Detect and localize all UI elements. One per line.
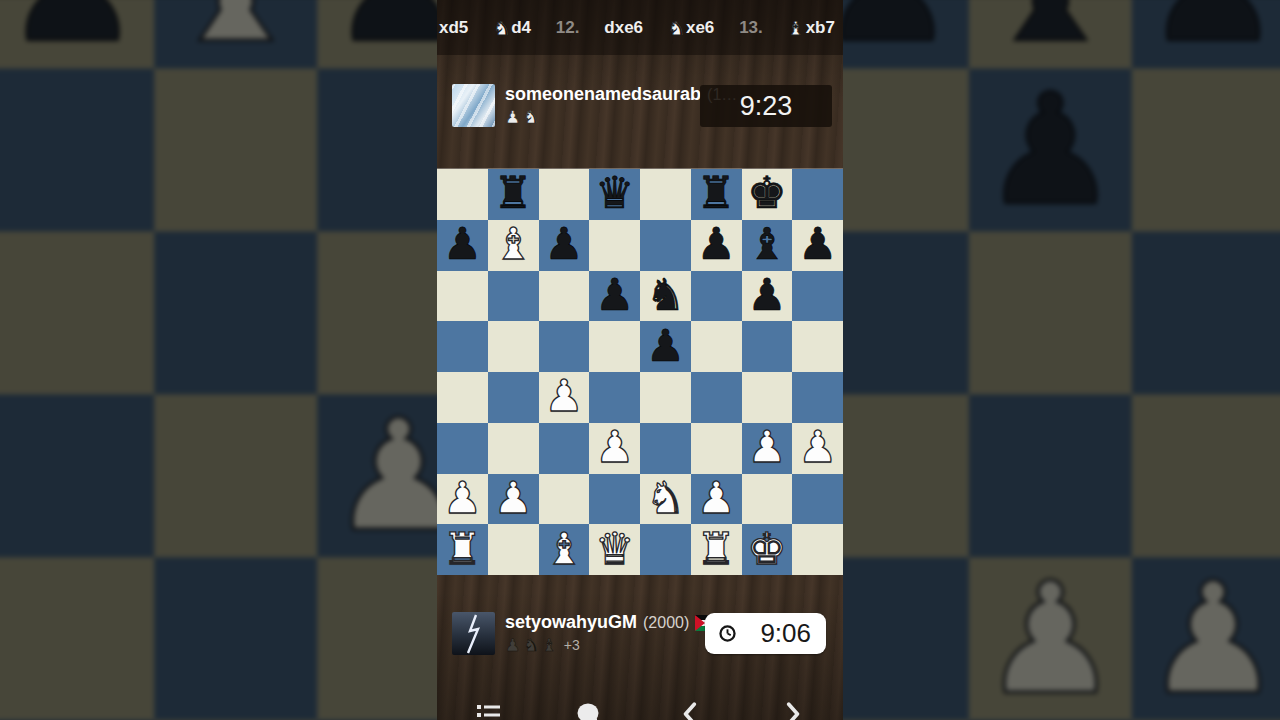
square-e1[interactable] [640,524,691,575]
chevron-right-icon [779,701,805,720]
piece-black-king[interactable]: ♚ [747,171,786,215]
player-bottom-rating: (2000) [643,614,689,632]
move-item[interactable]: ♝xb7 [788,17,835,39]
background-piece: ♟ [969,557,1132,720]
square-d6[interactable]: ♟ [589,271,640,322]
square-d1[interactable]: ♛ [589,524,640,575]
square-e8[interactable] [640,169,691,220]
move-item[interactable]: dxe6 [604,18,643,38]
next-move-button[interactable] [775,701,809,720]
clock-icon [718,624,737,643]
figurine-bishop-icon: ♝ [788,17,805,39]
square-a8[interactable] [437,169,488,220]
square-e3[interactable] [640,423,691,474]
square-b5[interactable] [488,321,539,372]
square-f6[interactable] [691,271,742,322]
piece-white-bishop[interactable]: ♝ [493,222,532,266]
piece-black-knight[interactable]: ♞ [646,273,685,317]
move-number: 13. [739,18,763,38]
square-g5[interactable] [742,321,793,372]
move-item[interactable]: ♞d4 [493,17,531,39]
piece-black-rook[interactable]: ♜ [493,171,532,215]
piece-white-pawn[interactable]: ♟ [493,476,532,520]
square-e7[interactable] [640,220,691,271]
square-a7[interactable]: ♟ [437,220,488,271]
bottom-nav [437,701,843,720]
piece-black-rook[interactable]: ♜ [696,171,735,215]
background-piece: ♟ [0,0,154,69]
move-number: 12. [556,18,580,38]
square-f7[interactable]: ♟ [691,220,742,271]
square-h4[interactable] [792,372,843,423]
avatar-top[interactable] [452,84,495,127]
move-list-bar[interactable]: xd5♞d412.dxe6♞xe613.♝xb7 [437,0,843,55]
captured-piece-icon: ♞ [523,637,538,654]
previous-move-button[interactable] [674,701,708,720]
background-white-piece-glyph: ♟ [1144,562,1280,716]
square-f5[interactable] [691,321,742,372]
square-f1[interactable]: ♜ [691,524,742,575]
square-d2[interactable] [589,474,640,525]
move-item[interactable]: xd5 [439,18,468,38]
square-h5[interactable] [792,321,843,372]
captured-piece-icon: ♞ [523,109,538,126]
piece-white-pawn[interactable]: ♟ [798,425,837,469]
piece-black-pawn[interactable]: ♟ [595,273,634,317]
square-h7[interactable]: ♟ [792,220,843,271]
square-b6[interactable] [488,271,539,322]
square-a3[interactable] [437,423,488,474]
piece-white-queen[interactable]: ♛ [595,527,634,571]
piece-white-pawn[interactable]: ♟ [747,425,786,469]
square-f3[interactable] [691,423,742,474]
square-d8[interactable]: ♛ [589,169,640,220]
square-c6[interactable] [539,271,590,322]
piece-white-bishop[interactable]: ♝ [544,527,583,571]
list-icon [475,701,502,720]
piece-black-queen[interactable]: ♛ [595,171,634,215]
chess-board: ♜♛♜♚♟♝♟♟♝♟♟♞♟♟♟♟♟♟♟♟♞♟♜♝♛♜♚ [437,168,843,575]
square-a2[interactable]: ♟ [437,474,488,525]
background-black-piece-glyph: ♟ [981,73,1119,227]
square-h1[interactable] [792,524,843,575]
piece-white-pawn[interactable]: ♟ [595,425,634,469]
figurine-knight-icon: ♞ [668,17,685,39]
square-c5[interactable] [539,321,590,372]
piece-white-knight[interactable]: ♞ [646,476,685,520]
square-b2[interactable]: ♟ [488,474,539,525]
square-g6[interactable]: ♟ [742,271,793,322]
square-b7[interactable]: ♝ [488,220,539,271]
piece-white-rook[interactable]: ♜ [696,527,735,571]
square-h8[interactable] [792,169,843,220]
square-f4[interactable] [691,372,742,423]
background-black-piece-glyph: ♝ [981,0,1119,64]
square-a1[interactable]: ♜ [437,524,488,575]
square-c7[interactable]: ♟ [539,220,590,271]
chat-button[interactable] [572,701,606,720]
figurine-knight-icon: ♞ [493,17,510,39]
square-a4[interactable] [437,372,488,423]
player-top-name: someonenamedsaurab [505,84,701,105]
square-c4[interactable]: ♟ [539,372,590,423]
captured-pieces-bottom: ♟♞♝+3 [505,635,719,655]
background-piece: ♟ [1132,0,1280,69]
square-a6[interactable] [437,271,488,322]
square-e6[interactable]: ♞ [640,271,691,322]
background-black-piece-glyph: ♟ [4,0,142,64]
clock-top-time: 9:23 [740,91,793,122]
captured-piece-icon: ♟ [505,109,520,126]
square-d7[interactable] [589,220,640,271]
captured-piece-icon: ♟ [505,637,520,654]
square-b4[interactable] [488,372,539,423]
square-f2[interactable]: ♟ [691,474,742,525]
piece-white-pawn[interactable]: ♟ [544,374,583,418]
avatar-bottom[interactable] [452,612,495,655]
piece-black-pawn[interactable]: ♟ [696,222,735,266]
background-white-piece-glyph: ♝ [167,0,305,64]
square-g3[interactable]: ♟ [742,423,793,474]
square-a5[interactable] [437,321,488,372]
piece-black-bishop[interactable]: ♝ [747,222,786,266]
square-b8[interactable]: ♜ [488,169,539,220]
piece-white-rook[interactable]: ♜ [443,527,482,571]
square-c3[interactable] [539,423,590,474]
piece-black-pawn[interactable]: ♟ [798,222,837,266]
clock-bottom-time: 9:06 [760,618,811,649]
background-white-piece-glyph: ♟ [981,562,1119,716]
square-d3[interactable]: ♟ [589,423,640,474]
video-frame: ♟♝♟♟♝♟♟♟♟♟ xd5♞d412.dxe6♞xe613.♝xb7 some… [0,0,1280,720]
square-c2[interactable] [539,474,590,525]
square-b1[interactable] [488,524,539,575]
piece-black-pawn[interactable]: ♟ [443,222,482,266]
square-e2[interactable]: ♞ [640,474,691,525]
lightning-icon [457,614,491,654]
chat-icon [575,701,603,720]
square-h6[interactable] [792,271,843,322]
chess-app-screen: xd5♞d412.dxe6♞xe613.♝xb7 someonenamedsau… [437,0,843,720]
square-e4[interactable] [640,372,691,423]
player-bottom-name: setyowahyuGM [505,612,637,633]
background-black-piece-glyph: ♟ [1144,0,1280,64]
square-c8[interactable] [539,169,590,220]
material-advantage: +3 [564,637,580,653]
square-h2[interactable] [792,474,843,525]
chevron-left-icon [678,701,704,720]
piece-black-pawn[interactable]: ♟ [747,273,786,317]
square-c1[interactable]: ♝ [539,524,590,575]
piece-white-king[interactable]: ♚ [747,527,786,571]
square-g1[interactable]: ♚ [742,524,793,575]
piece-white-pawn[interactable]: ♟ [443,476,482,520]
captured-piece-icon: ♝ [542,637,557,654]
piece-black-pawn[interactable]: ♟ [544,222,583,266]
clock-bottom: 9:06 [705,613,826,654]
piece-white-pawn[interactable]: ♟ [696,476,735,520]
piece-black-pawn[interactable]: ♟ [646,324,685,368]
square-d4[interactable] [589,372,640,423]
background-piece: ♟ [1132,557,1280,720]
moves-list-button[interactable] [471,701,505,720]
background-piece: ♝ [154,0,317,69]
square-f8[interactable]: ♜ [691,169,742,220]
square-g4[interactable] [742,372,793,423]
clock-top: 9:23 [700,85,832,127]
move-item[interactable]: ♞xe6 [668,17,714,39]
square-d5[interactable] [589,321,640,372]
background-piece: ♟ [969,69,1132,232]
square-h3[interactable]: ♟ [792,423,843,474]
square-g2[interactable] [742,474,793,525]
background-piece: ♝ [969,0,1132,69]
square-g8[interactable]: ♚ [742,169,793,220]
square-b3[interactable] [488,423,539,474]
square-e5[interactable]: ♟ [640,321,691,372]
square-g7[interactable]: ♝ [742,220,793,271]
